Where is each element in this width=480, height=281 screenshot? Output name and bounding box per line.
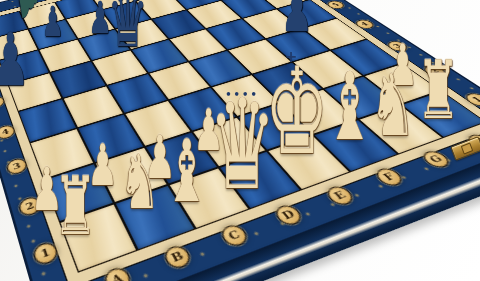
chess-set-photo: ABCDEFGH1122334455667788 ♟♟♟♟♛♟♟♜♞♝♟♚♟♟♛… — [0, 0, 480, 281]
chess-board: ABCDEFGH1122334455667788 — [0, 0, 480, 281]
